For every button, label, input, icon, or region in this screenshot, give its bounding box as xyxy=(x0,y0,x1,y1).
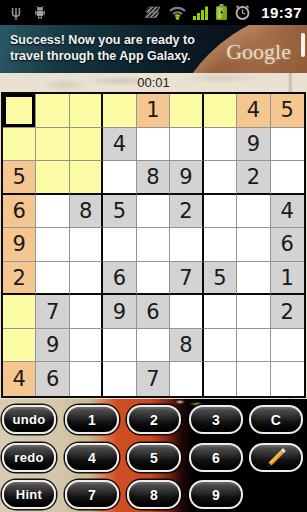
cell-r2c4[interactable]: 4 xyxy=(103,128,136,162)
wifi-icon xyxy=(168,5,187,20)
undo-button[interactable]: undo xyxy=(2,405,56,434)
ad-scroll-indicator xyxy=(301,33,305,57)
cell-r8c4[interactable] xyxy=(103,329,136,363)
cell-r8c6[interactable]: 8 xyxy=(170,329,203,363)
cell-r3c2[interactable] xyxy=(36,161,69,195)
cell-r1c6[interactable] xyxy=(170,94,203,128)
cell-r8c8[interactable] xyxy=(237,329,270,363)
cell-r4c9[interactable]: 4 xyxy=(271,195,304,229)
cell-r5c7[interactable] xyxy=(204,228,237,262)
google-logo: Google xyxy=(226,39,291,65)
cell-r3c8[interactable]: 2 xyxy=(237,161,270,195)
num-4-button[interactable]: 4 xyxy=(65,443,119,472)
cell-r2c7[interactable] xyxy=(204,128,237,162)
ad-line-2: travel through the App Galaxy. xyxy=(10,48,195,64)
cell-r6c9[interactable]: 1 xyxy=(271,262,304,296)
cell-r8c9[interactable] xyxy=(271,329,304,363)
cell-r2c8[interactable]: 9 xyxy=(237,128,270,162)
num-7-button[interactable]: 7 xyxy=(65,480,119,509)
usb-icon: ψ xyxy=(11,5,21,20)
cell-r5c5[interactable] xyxy=(137,228,170,262)
cell-r9c6[interactable] xyxy=(170,362,203,396)
cell-r1c1[interactable] xyxy=(3,94,36,128)
cell-r9c3[interactable] xyxy=(70,362,103,396)
redo-button[interactable]: redo xyxy=(2,443,56,472)
cell-r8c1[interactable] xyxy=(3,329,36,363)
ad-banner[interactable]: Success! Now you are ready to travel thr… xyxy=(0,25,307,73)
cell-r1c3[interactable] xyxy=(70,94,103,128)
sync-layers-icon xyxy=(144,6,162,20)
cell-r9c1[interactable]: 4 xyxy=(3,362,36,396)
status-bar: ψ xyxy=(0,0,307,25)
cell-r6c5[interactable] xyxy=(137,262,170,296)
cell-r4c1[interactable]: 6 xyxy=(3,195,36,229)
cell-r2c9[interactable] xyxy=(271,128,304,162)
cell-r6c4[interactable]: 6 xyxy=(103,262,136,296)
cell-r5c1[interactable]: 9 xyxy=(3,228,36,262)
cell-r3c3[interactable] xyxy=(70,161,103,195)
cell-r6c6[interactable]: 7 xyxy=(170,262,203,296)
cell-r7c8[interactable] xyxy=(237,295,270,329)
clear-button[interactable]: C xyxy=(249,405,303,434)
cell-r9c2[interactable]: 6 xyxy=(36,362,69,396)
cell-r4c7[interactable] xyxy=(204,195,237,229)
cell-r4c3[interactable]: 8 xyxy=(70,195,103,229)
android-debug-icon xyxy=(33,5,47,20)
cell-r4c5[interactable] xyxy=(137,195,170,229)
cell-r5c8[interactable] xyxy=(237,228,270,262)
cell-r3c9[interactable] xyxy=(271,161,304,195)
cell-r1c2[interactable] xyxy=(36,94,69,128)
cell-r6c8[interactable] xyxy=(237,262,270,296)
cell-r6c2[interactable] xyxy=(36,262,69,296)
pencil-button[interactable] xyxy=(249,443,303,472)
cell-r3c6[interactable]: 9 xyxy=(170,161,203,195)
num-3-button[interactable]: 3 xyxy=(189,405,243,434)
cell-r5c3[interactable] xyxy=(70,228,103,262)
cell-r5c2[interactable] xyxy=(36,228,69,262)
signal-strength-icon xyxy=(193,6,209,20)
cell-r5c4[interactable] xyxy=(103,228,136,262)
clock-time: 19:37 xyxy=(261,4,302,21)
cell-r4c6[interactable]: 2 xyxy=(170,195,203,229)
battery-charging-icon xyxy=(215,4,228,21)
cell-r5c9[interactable]: 6 xyxy=(271,228,304,262)
hint-button[interactable]: Hint xyxy=(2,480,56,509)
ad-line-1: Success! Now you are ready to xyxy=(10,32,195,48)
num-1-button[interactable]: 1 xyxy=(65,405,119,434)
cell-r9c5[interactable]: 7 xyxy=(137,362,170,396)
cell-r2c5[interactable] xyxy=(137,128,170,162)
cell-r2c6[interactable] xyxy=(170,128,203,162)
cell-r6c1[interactable]: 2 xyxy=(3,262,36,296)
cell-r9c4[interactable] xyxy=(103,362,136,396)
cell-r7c9[interactable]: 2 xyxy=(271,295,304,329)
cell-r1c7[interactable] xyxy=(204,94,237,128)
cell-r2c3[interactable] xyxy=(70,128,103,162)
cell-r5c6[interactable] xyxy=(170,228,203,262)
cell-r1c9[interactable]: 5 xyxy=(271,94,304,128)
pencil-icon xyxy=(264,448,289,468)
cell-r8c7[interactable] xyxy=(204,329,237,363)
cell-r6c7[interactable]: 5 xyxy=(204,262,237,296)
cell-r8c5[interactable] xyxy=(137,329,170,363)
cell-r4c8[interactable] xyxy=(237,195,270,229)
num-5-button[interactable]: 5 xyxy=(127,443,181,472)
num-9-button[interactable]: 9 xyxy=(189,480,243,509)
num-2-button[interactable]: 2 xyxy=(127,405,181,434)
cell-r3c4[interactable] xyxy=(103,161,136,195)
cell-r7c3[interactable] xyxy=(70,295,103,329)
alarm-clock-icon xyxy=(234,4,251,21)
cell-r3c5[interactable]: 8 xyxy=(137,161,170,195)
game-timer: 00:01 xyxy=(0,73,307,92)
cell-r7c7[interactable] xyxy=(204,295,237,329)
sudoku-board: 145495892685249626751796298467 xyxy=(1,92,306,398)
cell-r1c8[interactable]: 4 xyxy=(237,94,270,128)
cell-r2c2[interactable] xyxy=(36,128,69,162)
cell-r9c8[interactable] xyxy=(237,362,270,396)
cell-r3c7[interactable] xyxy=(204,161,237,195)
cell-r9c7[interactable] xyxy=(204,362,237,396)
cell-r6c3[interactable] xyxy=(70,262,103,296)
cell-r4c4[interactable]: 5 xyxy=(103,195,136,229)
cell-r7c4[interactable]: 9 xyxy=(103,295,136,329)
cell-r7c1[interactable] xyxy=(3,295,36,329)
cell-r4c2[interactable] xyxy=(36,195,69,229)
cell-r8c2[interactable]: 9 xyxy=(36,329,69,363)
cell-r2c1[interactable] xyxy=(3,128,36,162)
num-8-button[interactable]: 8 xyxy=(127,480,181,509)
keypad: undo123Credo456Hint789 xyxy=(0,399,307,512)
cell-r1c5[interactable]: 1 xyxy=(137,94,170,128)
cell-r7c2[interactable]: 7 xyxy=(36,295,69,329)
ad-text: Success! Now you are ready to travel thr… xyxy=(10,32,195,64)
cell-r3c1[interactable]: 5 xyxy=(3,161,36,195)
cell-r7c6[interactable] xyxy=(170,295,203,329)
cell-r7c5[interactable]: 6 xyxy=(137,295,170,329)
num-6-button[interactable]: 6 xyxy=(189,443,243,472)
cell-r9c9[interactable] xyxy=(271,362,304,396)
cell-r1c4[interactable] xyxy=(103,94,136,128)
cell-r8c3[interactable] xyxy=(70,329,103,363)
